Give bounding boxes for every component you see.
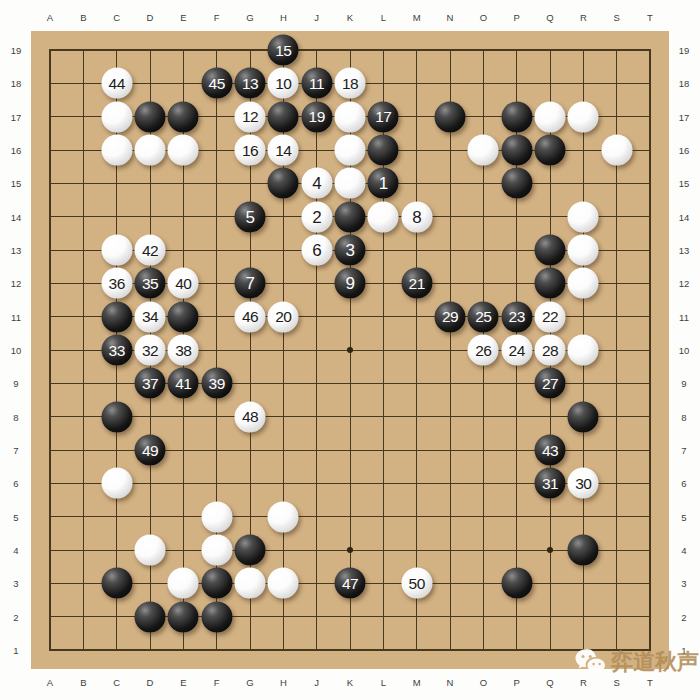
stone-white (235, 568, 266, 599)
stone-black: 49 (135, 435, 166, 466)
grid-line-horizontal (49, 516, 651, 517)
column-label-bottom: H (280, 677, 287, 688)
column-label-top: F (214, 12, 220, 23)
row-label-left: 1 (13, 645, 18, 656)
move-number: 30 (575, 476, 591, 492)
stone-white (135, 535, 166, 566)
move-number: 15 (275, 42, 291, 58)
grid-line-vertical (416, 49, 417, 651)
stone-black: 29 (435, 301, 466, 332)
column-label-top: H (280, 12, 287, 23)
column-label-bottom: J (314, 677, 319, 688)
stone-white: 2 (301, 201, 332, 232)
row-label-left: 19 (11, 45, 22, 56)
move-number: 37 (142, 376, 158, 392)
stone-black: 41 (168, 368, 199, 399)
grid-line-vertical (649, 49, 651, 651)
stone-white (101, 101, 132, 132)
stone-black (235, 535, 266, 566)
stone-white (268, 568, 299, 599)
move-number: 41 (175, 376, 191, 392)
row-label-left: 14 (11, 211, 22, 222)
column-label-top: K (347, 12, 353, 23)
stone-black: 21 (401, 268, 432, 299)
star-point (347, 347, 353, 353)
column-label-top: S (613, 12, 619, 23)
move-number: 11 (309, 76, 324, 92)
stone-black: 23 (501, 301, 532, 332)
wechat-icon (574, 647, 608, 677)
stone-white (101, 468, 132, 499)
move-number: 38 (175, 342, 191, 358)
stone-white: 38 (168, 335, 199, 366)
column-label-bottom: L (381, 677, 386, 688)
column-label-bottom: E (180, 677, 186, 688)
stone-white: 40 (168, 268, 199, 299)
stone-white: 20 (268, 301, 299, 332)
row-label-right: 12 (679, 278, 690, 289)
move-number: 39 (209, 376, 225, 392)
stone-black (568, 535, 599, 566)
stone-white (101, 235, 132, 266)
row-label-left: 12 (11, 278, 22, 289)
stone-white: 24 (501, 335, 532, 366)
row-label-left: 5 (13, 511, 18, 522)
stone-black: 7 (235, 268, 266, 299)
stone-black: 47 (335, 568, 366, 599)
row-label-left: 15 (11, 178, 22, 189)
row-label-right: 7 (681, 445, 686, 456)
row-label-left: 9 (13, 378, 18, 389)
grid-line-horizontal (49, 416, 651, 417)
move-number: 35 (142, 276, 158, 292)
stone-black: 19 (301, 101, 332, 132)
column-label-bottom: F (214, 677, 220, 688)
stone-white: 10 (268, 68, 299, 99)
stone-black (201, 568, 232, 599)
row-label-right: 19 (679, 45, 690, 56)
column-label-bottom: O (480, 677, 487, 688)
column-label-top: J (314, 12, 319, 23)
row-label-left: 3 (13, 578, 18, 589)
stone-black (501, 101, 532, 132)
move-number: 42 (142, 242, 158, 258)
stone-black (135, 101, 166, 132)
move-number: 16 (242, 142, 258, 158)
column-label-top: G (246, 12, 253, 23)
move-number: 12 (242, 109, 258, 125)
stone-white: 30 (568, 468, 599, 499)
stone-black: 45 (201, 68, 232, 99)
go-diagram: AABBCCDDEEFFGGHHJJKKLLMMNNOOPPQQRRSSTT19… (0, 0, 700, 700)
stone-black: 9 (335, 268, 366, 299)
column-label-bottom: Q (546, 677, 553, 688)
stone-white: 48 (235, 401, 266, 432)
stone-black (168, 601, 199, 632)
move-number: 7 (246, 275, 255, 292)
move-number: 50 (409, 576, 425, 592)
move-number: 45 (209, 76, 225, 92)
move-number: 6 (312, 242, 321, 259)
column-label-top: O (480, 12, 487, 23)
column-label-bottom: D (147, 677, 154, 688)
move-number: 13 (242, 76, 258, 92)
stone-black (101, 401, 132, 432)
stone-white (168, 568, 199, 599)
move-number: 9 (346, 275, 355, 292)
stone-black: 3 (335, 235, 366, 266)
row-label-right: 11 (679, 311, 689, 322)
move-number: 43 (542, 442, 558, 458)
star-point (347, 547, 353, 553)
row-label-right: 15 (679, 178, 690, 189)
star-point (547, 547, 553, 553)
stone-black (101, 568, 132, 599)
column-label-top: T (647, 12, 653, 23)
column-label-top: A (47, 12, 53, 23)
move-number: 23 (509, 309, 525, 325)
stone-black (535, 268, 566, 299)
stone-white: 32 (135, 335, 166, 366)
move-number: 3 (346, 242, 355, 259)
move-number: 18 (342, 76, 358, 92)
stone-black (335, 201, 366, 232)
column-label-top: R (580, 12, 587, 23)
column-label-bottom: P (513, 677, 519, 688)
row-label-left: 18 (11, 78, 22, 89)
stone-black (268, 101, 299, 132)
row-label-right: 16 (679, 145, 690, 156)
stone-white (368, 201, 399, 232)
move-number: 44 (109, 76, 125, 92)
column-label-top: B (80, 12, 86, 23)
move-number: 10 (275, 76, 291, 92)
stone-black: 33 (101, 335, 132, 366)
stone-white: 14 (268, 135, 299, 166)
column-label-top: P (513, 12, 519, 23)
stone-black (568, 401, 599, 432)
column-label-top: Q (546, 12, 553, 23)
stone-black: 27 (535, 368, 566, 399)
move-number: 19 (309, 109, 325, 125)
stone-white (335, 135, 366, 166)
move-number: 2 (312, 208, 321, 225)
stone-white (601, 135, 632, 166)
stone-black: 13 (235, 68, 266, 99)
stone-black (201, 601, 232, 632)
stone-black: 17 (368, 101, 399, 132)
row-label-right: 2 (681, 611, 686, 622)
stone-black: 15 (268, 35, 299, 66)
stone-white (568, 101, 599, 132)
row-label-left: 17 (11, 111, 22, 122)
move-number: 25 (475, 309, 491, 325)
row-label-left: 11 (11, 311, 21, 322)
watermark: 弈道秋声 (574, 645, 699, 679)
row-label-right: 9 (681, 378, 686, 389)
row-label-right: 4 (681, 545, 686, 556)
stone-white: 12 (235, 101, 266, 132)
row-label-left: 13 (11, 245, 22, 256)
row-label-left: 8 (13, 411, 18, 422)
stone-black: 11 (301, 68, 332, 99)
move-number: 49 (142, 442, 158, 458)
row-label-right: 14 (679, 211, 690, 222)
move-number: 46 (242, 309, 258, 325)
row-label-right: 13 (679, 245, 690, 256)
stone-white: 42 (135, 235, 166, 266)
stone-black: 1 (368, 168, 399, 199)
move-number: 33 (109, 342, 125, 358)
stone-white: 44 (101, 68, 132, 99)
stone-white (468, 135, 499, 166)
stone-white (335, 168, 366, 199)
column-label-top: L (381, 12, 386, 23)
column-label-bottom: G (246, 677, 253, 688)
move-number: 1 (379, 175, 388, 192)
row-label-right: 8 (681, 411, 686, 422)
stone-white (568, 268, 599, 299)
stone-black (535, 235, 566, 266)
column-label-top: M (413, 12, 421, 23)
stone-white: 18 (335, 68, 366, 99)
row-label-right: 3 (681, 578, 686, 589)
stone-white (135, 135, 166, 166)
row-label-left: 7 (13, 445, 18, 456)
stone-black (168, 301, 199, 332)
stone-black (501, 168, 532, 199)
column-label-bottom: N (447, 677, 454, 688)
stone-white (201, 535, 232, 566)
column-label-bottom: C (113, 677, 120, 688)
stone-black (535, 135, 566, 166)
stone-white: 34 (135, 301, 166, 332)
column-label-top: D (147, 12, 154, 23)
move-number: 28 (542, 342, 558, 358)
row-label-right: 10 (679, 345, 690, 356)
row-label-right: 18 (679, 78, 690, 89)
move-number: 31 (542, 476, 558, 492)
stone-black (435, 101, 466, 132)
stone-black (501, 568, 532, 599)
stone-black (368, 135, 399, 166)
move-number: 8 (412, 208, 421, 225)
column-label-top: C (113, 12, 120, 23)
stone-white (535, 101, 566, 132)
stone-white: 8 (401, 201, 432, 232)
stone-black: 31 (535, 468, 566, 499)
grid-line-vertical (450, 49, 451, 651)
stone-black: 5 (235, 201, 266, 232)
move-number: 27 (542, 376, 558, 392)
stone-white: 36 (101, 268, 132, 299)
row-label-left: 6 (13, 478, 18, 489)
stone-white: 22 (535, 301, 566, 332)
stone-black (135, 601, 166, 632)
stone-white (335, 101, 366, 132)
column-label-top: N (447, 12, 454, 23)
stone-black (501, 135, 532, 166)
stone-white (568, 235, 599, 266)
stone-white: 6 (301, 235, 332, 266)
stone-white: 16 (235, 135, 266, 166)
move-number: 34 (142, 309, 158, 325)
move-number: 22 (542, 309, 558, 325)
stone-white (568, 335, 599, 366)
grid-line-horizontal (49, 649, 651, 651)
row-label-left: 4 (13, 545, 18, 556)
move-number: 5 (246, 208, 255, 225)
move-number: 32 (142, 342, 158, 358)
stone-black (168, 101, 199, 132)
row-label-left: 2 (13, 611, 18, 622)
stone-black: 43 (535, 435, 566, 466)
stone-white (168, 135, 199, 166)
watermark-text: 弈道秋声 (611, 647, 699, 677)
stone-white: 26 (468, 335, 499, 366)
move-number: 48 (242, 409, 258, 425)
stone-black: 37 (135, 368, 166, 399)
column-label-top: E (180, 12, 186, 23)
move-number: 24 (509, 342, 525, 358)
stone-white: 28 (535, 335, 566, 366)
stone-black: 25 (468, 301, 499, 332)
stone-black: 39 (201, 368, 232, 399)
move-number: 26 (475, 342, 491, 358)
move-number: 29 (442, 309, 458, 325)
stone-white: 50 (401, 568, 432, 599)
move-number: 17 (375, 109, 391, 125)
stone-black (101, 301, 132, 332)
stone-white (101, 135, 132, 166)
row-label-left: 16 (11, 145, 22, 156)
move-number: 36 (109, 276, 125, 292)
stone-black (268, 168, 299, 199)
stone-white: 46 (235, 301, 266, 332)
column-label-bottom: A (47, 677, 53, 688)
stone-white (268, 501, 299, 532)
move-number: 47 (342, 576, 358, 592)
stone-white: 4 (301, 168, 332, 199)
move-number: 20 (275, 309, 291, 325)
row-label-right: 17 (679, 111, 690, 122)
row-label-left: 10 (11, 345, 22, 356)
move-number: 4 (312, 175, 321, 192)
move-number: 40 (175, 276, 191, 292)
row-label-right: 6 (681, 478, 686, 489)
column-label-bottom: M (413, 677, 421, 688)
stone-black: 35 (135, 268, 166, 299)
column-label-bottom: B (80, 677, 86, 688)
stone-white (201, 501, 232, 532)
column-label-bottom: K (347, 677, 353, 688)
move-number: 21 (409, 276, 425, 292)
row-label-right: 5 (681, 511, 686, 522)
move-number: 14 (275, 142, 291, 158)
stone-white (568, 201, 599, 232)
